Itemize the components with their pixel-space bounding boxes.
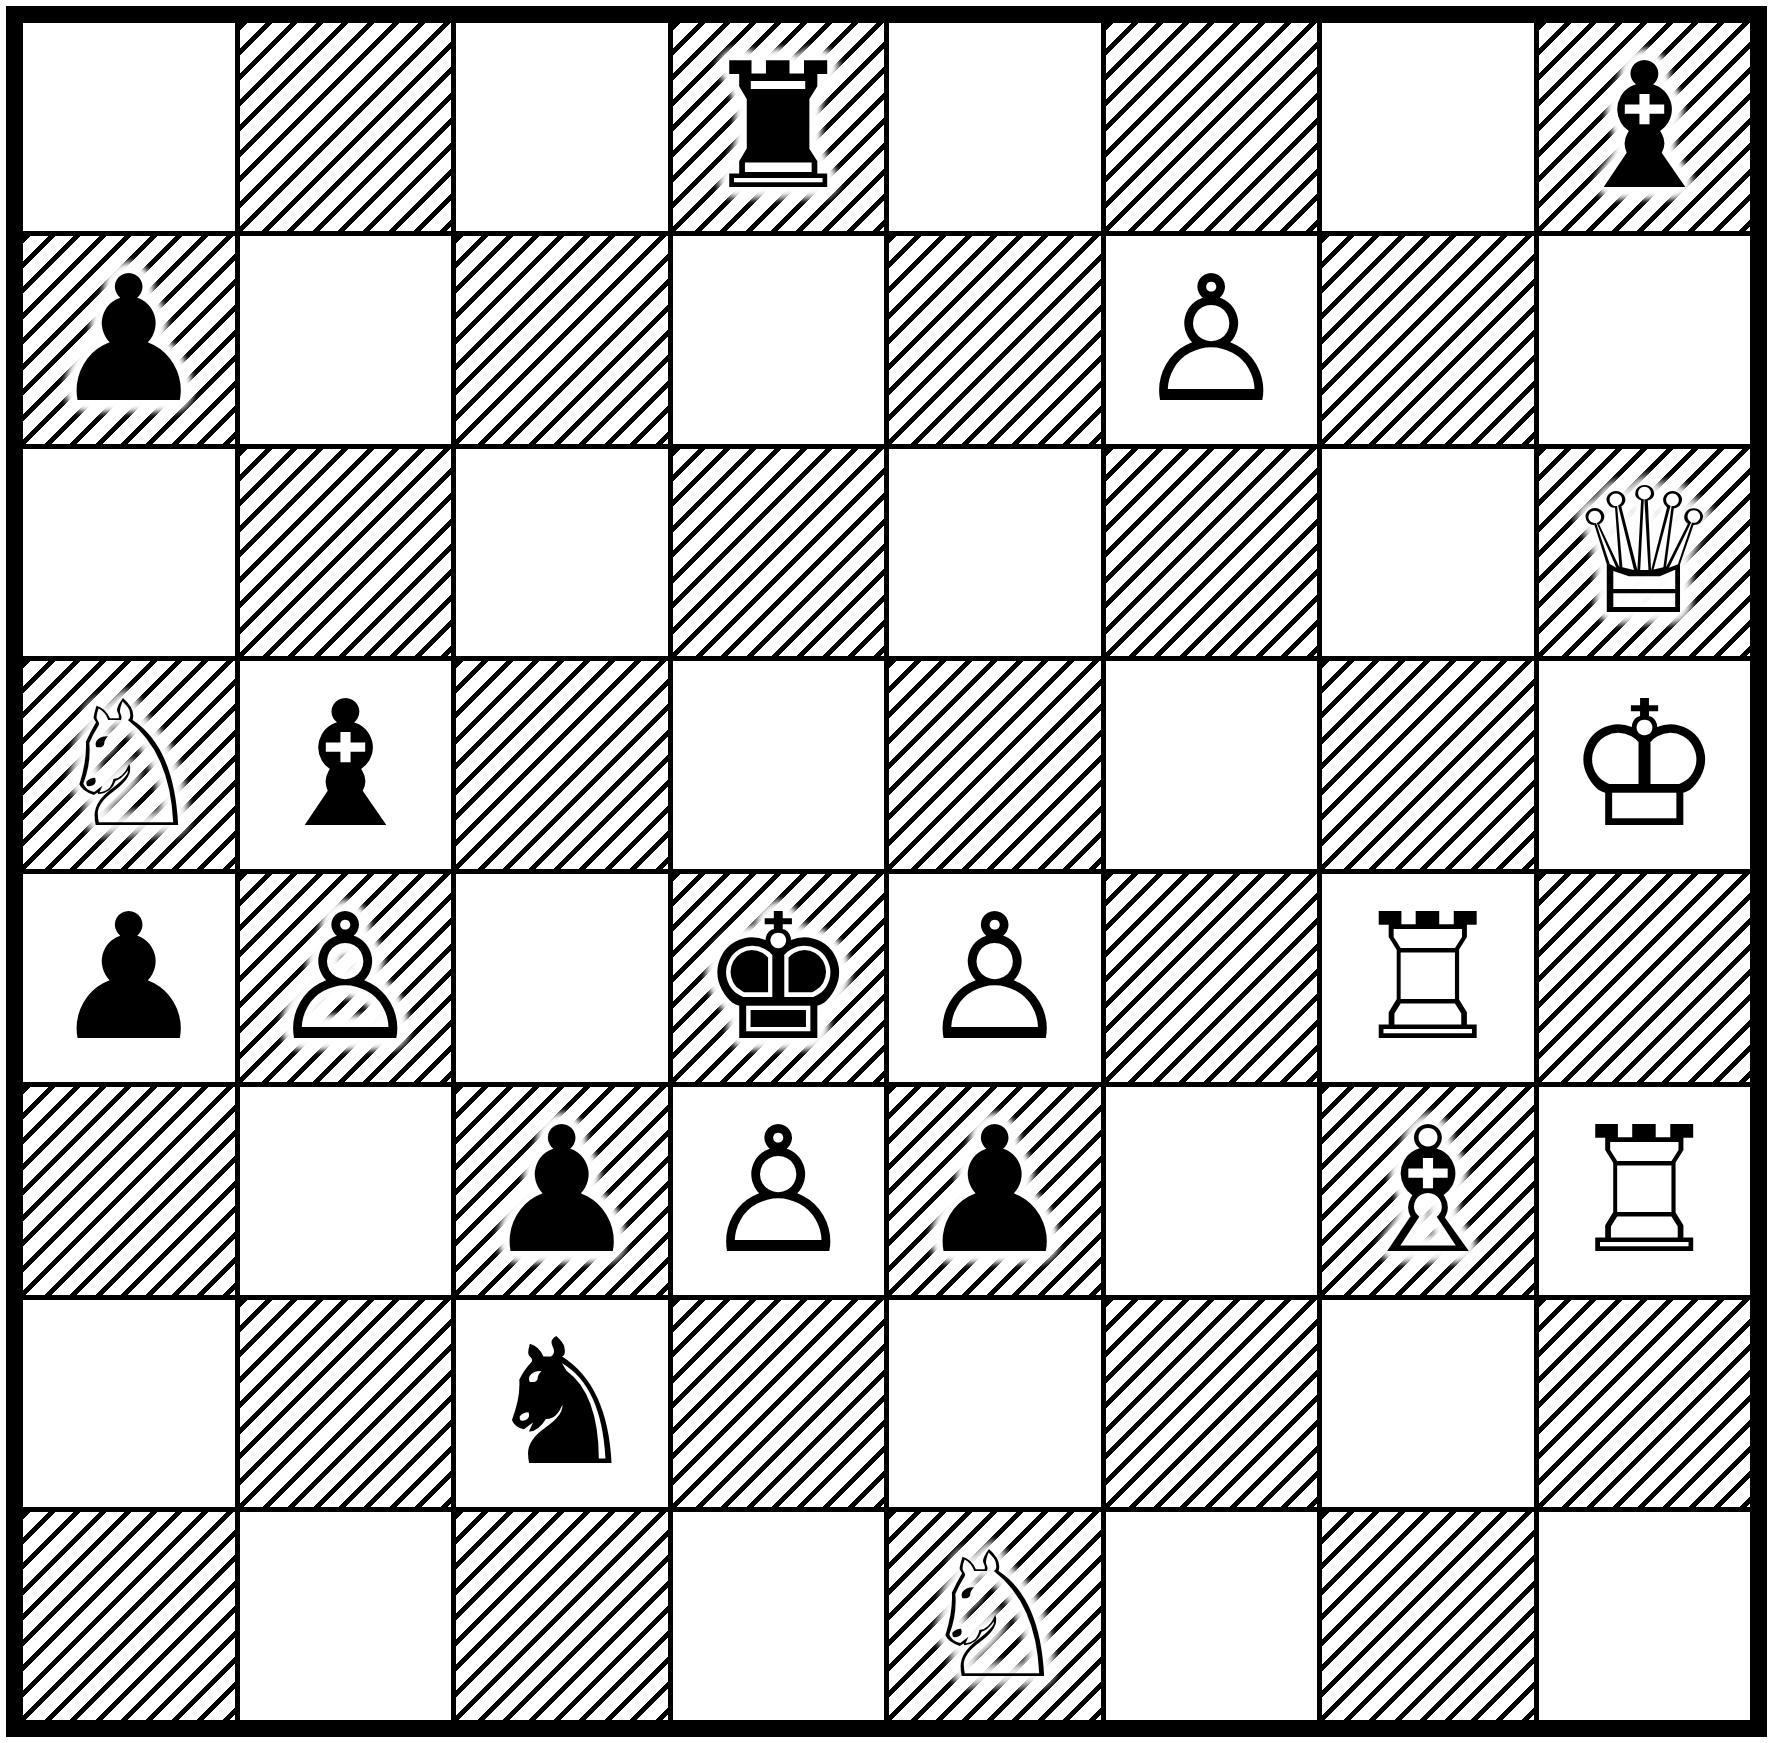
square-b5: ♝ (240, 661, 452, 869)
black-bishop-b5: ♝ (267, 678, 423, 852)
square-b3 (240, 1087, 452, 1295)
white-knight-e1: ♘ (917, 1529, 1073, 1703)
square-a4: ♟ (23, 874, 235, 1082)
square-c1 (456, 1512, 668, 1720)
square-f1 (1106, 1512, 1318, 1720)
square-c4 (456, 874, 668, 1082)
black-king-d4: ♚ (700, 891, 856, 1065)
white-bishop-g3: ♗ (1350, 1104, 1506, 1278)
square-g5 (1322, 661, 1534, 869)
black-pawn-c3: ♟ (484, 1104, 640, 1278)
square-a2 (23, 1300, 235, 1508)
square-g4: ♖ (1322, 874, 1534, 1082)
square-a1 (23, 1512, 235, 1720)
square-e3: ♟ (889, 1087, 1101, 1295)
square-b7 (240, 236, 452, 444)
white-king-h5: ♔ (1566, 678, 1722, 852)
square-e8 (889, 23, 1101, 231)
black-pawn-e3: ♟ (917, 1104, 1073, 1278)
square-h6: ♕ (1539, 449, 1751, 657)
square-f6 (1106, 449, 1318, 657)
square-d6 (673, 449, 885, 657)
white-rook-h3: ♖ (1566, 1104, 1722, 1278)
square-c5 (456, 661, 668, 869)
square-d1 (673, 1512, 885, 1720)
square-g7 (1322, 236, 1534, 444)
square-c3: ♟ (456, 1087, 668, 1295)
square-a6 (23, 449, 235, 657)
square-f2 (1106, 1300, 1318, 1508)
square-c7 (456, 236, 668, 444)
square-a7: ♟ (23, 236, 235, 444)
square-a5: ♘ (23, 661, 235, 869)
black-rook-d8: ♜ (700, 40, 856, 214)
square-h5: ♔ (1539, 661, 1751, 869)
square-g8 (1322, 23, 1534, 231)
square-c8 (456, 23, 668, 231)
square-f8 (1106, 23, 1318, 231)
square-d2 (673, 1300, 885, 1508)
square-b2 (240, 1300, 452, 1508)
board-frame: ♜♝♟♙♕♘♝♔♟♙♚♙♖♟♙♟♗♖♞♘ (0, 0, 1773, 1743)
square-e2 (889, 1300, 1101, 1508)
square-f3 (1106, 1087, 1318, 1295)
square-c2: ♞ (456, 1300, 668, 1508)
square-h8: ♝ (1539, 23, 1751, 231)
square-d5 (673, 661, 885, 869)
square-e1: ♘ (889, 1512, 1101, 1720)
square-g1 (1322, 1512, 1534, 1720)
square-e7 (889, 236, 1101, 444)
chess-board: ♜♝♟♙♕♘♝♔♟♙♚♙♖♟♙♟♗♖♞♘ (6, 6, 1767, 1737)
square-g6 (1322, 449, 1534, 657)
square-h2 (1539, 1300, 1751, 1508)
square-a8 (23, 23, 235, 231)
square-b6 (240, 449, 452, 657)
white-pawn-f7: ♙ (1133, 253, 1289, 427)
white-pawn-b4: ♙ (267, 891, 423, 1065)
black-pawn-a7: ♟ (51, 253, 207, 427)
black-bishop-h8: ♝ (1566, 40, 1722, 214)
square-d4: ♚ (673, 874, 885, 1082)
white-rook-g4: ♖ (1350, 891, 1506, 1065)
square-e4: ♙ (889, 874, 1101, 1082)
white-knight-a5: ♘ (51, 678, 207, 852)
square-b8 (240, 23, 452, 231)
square-f7: ♙ (1106, 236, 1318, 444)
square-b1 (240, 1512, 452, 1720)
square-d3: ♙ (673, 1087, 885, 1295)
square-h4 (1539, 874, 1751, 1082)
square-c6 (456, 449, 668, 657)
white-pawn-e4: ♙ (917, 891, 1073, 1065)
square-d7 (673, 236, 885, 444)
white-queen-h6: ♕ (1566, 465, 1722, 639)
square-f5 (1106, 661, 1318, 869)
black-pawn-a4: ♟ (51, 891, 207, 1065)
square-f4 (1106, 874, 1318, 1082)
square-b4: ♙ (240, 874, 452, 1082)
square-e5 (889, 661, 1101, 869)
square-e6 (889, 449, 1101, 657)
square-a3 (23, 1087, 235, 1295)
white-pawn-d3: ♙ (700, 1104, 856, 1278)
square-h3: ♖ (1539, 1087, 1751, 1295)
square-h1 (1539, 1512, 1751, 1720)
square-g3: ♗ (1322, 1087, 1534, 1295)
black-knight-c2: ♞ (484, 1316, 640, 1490)
square-h7 (1539, 236, 1751, 444)
square-g2 (1322, 1300, 1534, 1508)
square-d8: ♜ (673, 23, 885, 231)
